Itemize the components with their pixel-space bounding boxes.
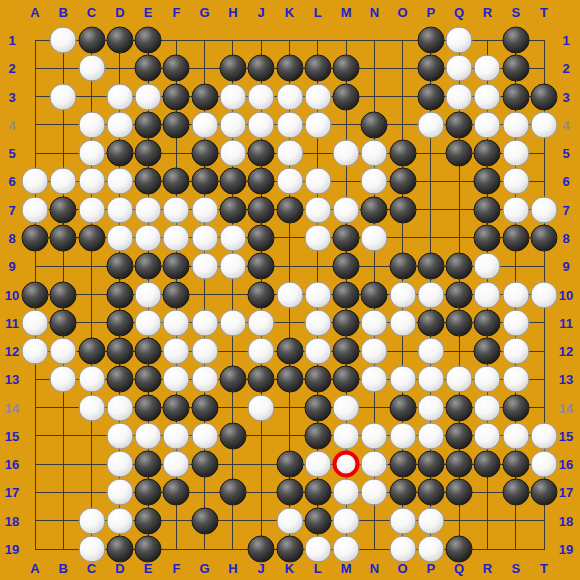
white-stone-Q3[interactable] xyxy=(446,83,473,110)
black-stone-C1[interactable] xyxy=(78,27,105,54)
black-stone-J6[interactable] xyxy=(248,168,275,195)
white-stone-J11[interactable] xyxy=(248,309,275,336)
white-stone-F12[interactable] xyxy=(163,338,190,365)
white-stone-R4[interactable] xyxy=(474,111,501,138)
white-stone-O13[interactable] xyxy=(389,366,416,393)
white-stone-F8[interactable] xyxy=(163,224,190,251)
coord-label-top-D: D xyxy=(115,5,124,20)
black-stone-Q10[interactable] xyxy=(446,281,473,308)
white-stone-L12[interactable] xyxy=(304,338,331,365)
white-stone-B6[interactable] xyxy=(50,168,77,195)
black-stone-F14[interactable] xyxy=(163,394,190,421)
white-stone-J4[interactable] xyxy=(248,111,275,138)
white-stone-C14[interactable] xyxy=(78,394,105,421)
coord-label-top-N: N xyxy=(370,5,379,20)
black-stone-K12[interactable] xyxy=(276,338,303,365)
coord-label-right-12: 12 xyxy=(559,344,573,359)
white-stone-P14[interactable] xyxy=(417,394,444,421)
white-stone-D6[interactable] xyxy=(106,168,133,195)
white-stone-D3[interactable] xyxy=(106,83,133,110)
black-stone-F4[interactable] xyxy=(163,111,190,138)
black-stone-Q11[interactable] xyxy=(446,309,473,336)
white-stone-O15[interactable] xyxy=(389,422,416,449)
white-stone-C18[interactable] xyxy=(78,507,105,534)
white-stone-M5[interactable] xyxy=(333,140,360,167)
white-stone-D18[interactable] xyxy=(106,507,133,534)
white-stone-C13[interactable] xyxy=(78,366,105,393)
white-stone-L10[interactable] xyxy=(304,281,331,308)
coord-label-bottom-K: K xyxy=(285,561,294,576)
white-stone-N15[interactable] xyxy=(361,422,388,449)
coord-label-bottom-N: N xyxy=(370,561,379,576)
white-stone-S15[interactable] xyxy=(502,422,529,449)
white-stone-T4[interactable] xyxy=(531,111,558,138)
coord-label-left-18: 18 xyxy=(5,513,19,528)
black-stone-L13[interactable] xyxy=(304,366,331,393)
white-stone-S12[interactable] xyxy=(502,338,529,365)
white-stone-M18[interactable] xyxy=(333,507,360,534)
white-stone-K4[interactable] xyxy=(276,111,303,138)
white-stone-C2[interactable] xyxy=(78,55,105,82)
black-stone-Q16[interactable] xyxy=(446,451,473,478)
white-stone-T7[interactable] xyxy=(531,196,558,223)
white-stone-M7[interactable] xyxy=(333,196,360,223)
white-stone-B12[interactable] xyxy=(50,338,77,365)
white-stone-S6[interactable] xyxy=(502,168,529,195)
black-stone-G6[interactable] xyxy=(191,168,218,195)
white-stone-C19[interactable] xyxy=(78,536,105,563)
white-stone-B3[interactable] xyxy=(50,83,77,110)
coord-label-top-M: M xyxy=(341,5,352,20)
black-stone-S16[interactable] xyxy=(502,451,529,478)
white-stone-F15[interactable] xyxy=(163,422,190,449)
white-stone-H11[interactable] xyxy=(219,309,246,336)
black-stone-Q14[interactable] xyxy=(446,394,473,421)
white-stone-O18[interactable] xyxy=(389,507,416,534)
black-stone-N7[interactable] xyxy=(361,196,388,223)
black-stone-E18[interactable] xyxy=(135,507,162,534)
black-stone-G3[interactable] xyxy=(191,83,218,110)
black-stone-D1[interactable] xyxy=(106,27,133,54)
white-stone-E10[interactable] xyxy=(135,281,162,308)
black-stone-R11[interactable] xyxy=(474,309,501,336)
coord-label-bottom-S: S xyxy=(511,561,520,576)
white-stone-E11[interactable] xyxy=(135,309,162,336)
white-stone-L8[interactable] xyxy=(304,224,331,251)
white-stone-A12[interactable] xyxy=(22,338,49,365)
white-stone-O10[interactable] xyxy=(389,281,416,308)
black-stone-L18[interactable] xyxy=(304,507,331,534)
white-stone-P4[interactable] xyxy=(417,111,444,138)
black-stone-S1[interactable] xyxy=(502,27,529,54)
white-stone-G11[interactable] xyxy=(191,309,218,336)
white-stone-A11[interactable] xyxy=(22,309,49,336)
white-stone-H5[interactable] xyxy=(219,140,246,167)
white-stone-S11[interactable] xyxy=(502,309,529,336)
white-stone-K6[interactable] xyxy=(276,168,303,195)
black-stone-J10[interactable] xyxy=(248,281,275,308)
white-stone-Q13[interactable] xyxy=(446,366,473,393)
white-stone-M15[interactable] xyxy=(333,422,360,449)
white-stone-K10[interactable] xyxy=(276,281,303,308)
white-stone-E15[interactable] xyxy=(135,422,162,449)
white-stone-N11[interactable] xyxy=(361,309,388,336)
black-stone-Q4[interactable] xyxy=(446,111,473,138)
coord-label-bottom-E: E xyxy=(144,561,153,576)
black-stone-Q9[interactable] xyxy=(446,253,473,280)
black-stone-H15[interactable] xyxy=(219,422,246,449)
coord-label-left-2: 2 xyxy=(8,61,15,76)
black-stone-R12[interactable] xyxy=(474,338,501,365)
coord-label-right-4: 4 xyxy=(562,117,569,132)
black-stone-E6[interactable] xyxy=(135,168,162,195)
white-stone-E8[interactable] xyxy=(135,224,162,251)
black-stone-J9[interactable] xyxy=(248,253,275,280)
white-stone-L19[interactable] xyxy=(304,536,331,563)
white-stone-G15[interactable] xyxy=(191,422,218,449)
white-stone-P13[interactable] xyxy=(417,366,444,393)
white-stone-D4[interactable] xyxy=(106,111,133,138)
black-stone-P3[interactable] xyxy=(417,83,444,110)
white-stone-C7[interactable] xyxy=(78,196,105,223)
white-stone-B13[interactable] xyxy=(50,366,77,393)
black-stone-P1[interactable] xyxy=(417,27,444,54)
go-board[interactable]: AABBCCDDEEFFGGHHJJKKLLMMNNOOPPQQRRSSTT11… xyxy=(0,0,580,580)
coord-label-right-16: 16 xyxy=(559,457,573,472)
black-stone-D12[interactable] xyxy=(106,338,133,365)
black-stone-E19[interactable] xyxy=(135,536,162,563)
black-stone-K7[interactable] xyxy=(276,196,303,223)
coord-label-right-3: 3 xyxy=(562,89,569,104)
coord-label-bottom-G: G xyxy=(200,561,210,576)
white-stone-H9[interactable] xyxy=(219,253,246,280)
white-stone-F11[interactable] xyxy=(163,309,190,336)
coord-label-right-14: 14 xyxy=(559,400,573,415)
white-stone-F13[interactable] xyxy=(163,366,190,393)
black-stone-D10[interactable] xyxy=(106,281,133,308)
black-stone-G16[interactable] xyxy=(191,451,218,478)
white-stone-Q1[interactable] xyxy=(446,27,473,54)
black-stone-A10[interactable] xyxy=(22,281,49,308)
white-stone-C4[interactable] xyxy=(78,111,105,138)
black-stone-E1[interactable] xyxy=(135,27,162,54)
coord-label-bottom-D: D xyxy=(115,561,124,576)
coord-label-right-19: 19 xyxy=(559,542,573,557)
black-stone-F17[interactable] xyxy=(163,479,190,506)
black-stone-R16[interactable] xyxy=(474,451,501,478)
black-stone-J8[interactable] xyxy=(248,224,275,251)
white-stone-M19[interactable] xyxy=(333,536,360,563)
black-stone-L14[interactable] xyxy=(304,394,331,421)
black-stone-H6[interactable] xyxy=(219,168,246,195)
black-stone-D19[interactable] xyxy=(106,536,133,563)
black-stone-M3[interactable] xyxy=(333,83,360,110)
black-stone-E14[interactable] xyxy=(135,394,162,421)
white-stone-A7[interactable] xyxy=(22,196,49,223)
black-stone-O5[interactable] xyxy=(389,140,416,167)
black-stone-G18[interactable] xyxy=(191,507,218,534)
white-stone-R3[interactable] xyxy=(474,83,501,110)
black-stone-M9[interactable] xyxy=(333,253,360,280)
white-stone-P19[interactable] xyxy=(417,536,444,563)
black-stone-M12[interactable] xyxy=(333,338,360,365)
black-stone-L2[interactable] xyxy=(304,55,331,82)
black-stone-O16[interactable] xyxy=(389,451,416,478)
white-stone-R9[interactable] xyxy=(474,253,501,280)
black-stone-E13[interactable] xyxy=(135,366,162,393)
black-stone-H7[interactable] xyxy=(219,196,246,223)
black-stone-E2[interactable] xyxy=(135,55,162,82)
coord-label-right-8: 8 xyxy=(562,230,569,245)
black-stone-S2[interactable] xyxy=(502,55,529,82)
black-stone-R8[interactable] xyxy=(474,224,501,251)
black-stone-O6[interactable] xyxy=(389,168,416,195)
white-stone-S7[interactable] xyxy=(502,196,529,223)
black-stone-Q15[interactable] xyxy=(446,422,473,449)
coord-label-top-F: F xyxy=(172,5,180,20)
coord-label-top-A: A xyxy=(30,5,39,20)
white-stone-S4[interactable] xyxy=(502,111,529,138)
black-stone-S17[interactable] xyxy=(502,479,529,506)
black-stone-C8[interactable] xyxy=(78,224,105,251)
white-stone-T10[interactable] xyxy=(531,281,558,308)
white-stone-L7[interactable] xyxy=(304,196,331,223)
black-stone-M13[interactable] xyxy=(333,366,360,393)
coord-label-left-8: 8 xyxy=(8,230,15,245)
white-stone-S13[interactable] xyxy=(502,366,529,393)
white-stone-K5[interactable] xyxy=(276,140,303,167)
black-stone-B7[interactable] xyxy=(50,196,77,223)
coord-label-right-9: 9 xyxy=(562,259,569,274)
white-stone-M16[interactable] xyxy=(333,451,360,478)
white-stone-R15[interactable] xyxy=(474,422,501,449)
black-stone-P2[interactable] xyxy=(417,55,444,82)
white-stone-C6[interactable] xyxy=(78,168,105,195)
white-stone-N8[interactable] xyxy=(361,224,388,251)
black-stone-Q5[interactable] xyxy=(446,140,473,167)
white-stone-H8[interactable] xyxy=(219,224,246,251)
white-stone-L6[interactable] xyxy=(304,168,331,195)
white-stone-K3[interactable] xyxy=(276,83,303,110)
white-stone-L16[interactable] xyxy=(304,451,331,478)
white-stone-M14[interactable] xyxy=(333,394,360,421)
black-stone-J13[interactable] xyxy=(248,366,275,393)
white-stone-P10[interactable] xyxy=(417,281,444,308)
white-stone-J12[interactable] xyxy=(248,338,275,365)
white-stone-N5[interactable] xyxy=(361,140,388,167)
black-stone-J7[interactable] xyxy=(248,196,275,223)
white-stone-S10[interactable] xyxy=(502,281,529,308)
coord-label-bottom-A: A xyxy=(30,561,39,576)
black-stone-S8[interactable] xyxy=(502,224,529,251)
white-stone-D16[interactable] xyxy=(106,451,133,478)
coord-label-bottom-F: F xyxy=(172,561,180,576)
white-stone-E7[interactable] xyxy=(135,196,162,223)
coord-label-bottom-J: J xyxy=(258,561,265,576)
black-stone-D13[interactable] xyxy=(106,366,133,393)
white-stone-O19[interactable] xyxy=(389,536,416,563)
black-stone-E17[interactable] xyxy=(135,479,162,506)
coord-label-left-3: 3 xyxy=(8,89,15,104)
coord-label-top-E: E xyxy=(144,5,153,20)
black-stone-K17[interactable] xyxy=(276,479,303,506)
black-stone-O17[interactable] xyxy=(389,479,416,506)
black-stone-K2[interactable] xyxy=(276,55,303,82)
coord-label-left-19: 19 xyxy=(5,542,19,557)
black-stone-B11[interactable] xyxy=(50,309,77,336)
coord-label-right-18: 18 xyxy=(559,513,573,528)
black-stone-C12[interactable] xyxy=(78,338,105,365)
coord-label-left-6: 6 xyxy=(8,174,15,189)
white-stone-F16[interactable] xyxy=(163,451,190,478)
white-stone-L4[interactable] xyxy=(304,111,331,138)
black-stone-O7[interactable] xyxy=(389,196,416,223)
white-stone-M17[interactable] xyxy=(333,479,360,506)
black-stone-A8[interactable] xyxy=(22,224,49,251)
white-stone-D17[interactable] xyxy=(106,479,133,506)
black-stone-T8[interactable] xyxy=(531,224,558,251)
white-stone-E3[interactable] xyxy=(135,83,162,110)
coord-label-top-R: R xyxy=(483,5,492,20)
white-stone-G13[interactable] xyxy=(191,366,218,393)
black-stone-B8[interactable] xyxy=(50,224,77,251)
white-stone-G7[interactable] xyxy=(191,196,218,223)
white-stone-K18[interactable] xyxy=(276,507,303,534)
white-stone-A6[interactable] xyxy=(22,168,49,195)
white-stone-G12[interactable] xyxy=(191,338,218,365)
black-stone-F10[interactable] xyxy=(163,281,190,308)
black-stone-K13[interactable] xyxy=(276,366,303,393)
black-stone-M10[interactable] xyxy=(333,281,360,308)
black-stone-E4[interactable] xyxy=(135,111,162,138)
black-stone-H13[interactable] xyxy=(219,366,246,393)
black-stone-J19[interactable] xyxy=(248,536,275,563)
white-stone-D15[interactable] xyxy=(106,422,133,449)
white-stone-N16[interactable] xyxy=(361,451,388,478)
black-stone-Q19[interactable] xyxy=(446,536,473,563)
black-stone-G14[interactable] xyxy=(191,394,218,421)
coord-label-left-16: 16 xyxy=(5,457,19,472)
white-stone-P15[interactable] xyxy=(417,422,444,449)
white-stone-J14[interactable] xyxy=(248,394,275,421)
coord-label-right-6: 6 xyxy=(562,174,569,189)
white-stone-T15[interactable] xyxy=(531,422,558,449)
black-stone-K19[interactable] xyxy=(276,536,303,563)
black-stone-T17[interactable] xyxy=(531,479,558,506)
white-stone-O11[interactable] xyxy=(389,309,416,336)
coord-label-top-C: C xyxy=(87,5,96,20)
white-stone-T16[interactable] xyxy=(531,451,558,478)
coord-label-left-13: 13 xyxy=(5,372,19,387)
black-stone-P11[interactable] xyxy=(417,309,444,336)
white-stone-N13[interactable] xyxy=(361,366,388,393)
coord-label-bottom-H: H xyxy=(228,561,237,576)
black-stone-L17[interactable] xyxy=(304,479,331,506)
white-stone-C5[interactable] xyxy=(78,140,105,167)
white-stone-L3[interactable] xyxy=(304,83,331,110)
black-stone-J5[interactable] xyxy=(248,140,275,167)
white-stone-J3[interactable] xyxy=(248,83,275,110)
black-stone-F2[interactable] xyxy=(163,55,190,82)
black-stone-R6[interactable] xyxy=(474,168,501,195)
black-stone-F6[interactable] xyxy=(163,168,190,195)
black-stone-H17[interactable] xyxy=(219,479,246,506)
black-stone-T3[interactable] xyxy=(531,83,558,110)
black-stone-O14[interactable] xyxy=(389,394,416,421)
white-stone-G9[interactable] xyxy=(191,253,218,280)
white-stone-H4[interactable] xyxy=(219,111,246,138)
black-stone-Q17[interactable] xyxy=(446,479,473,506)
black-stone-S14[interactable] xyxy=(502,394,529,421)
white-stone-H3[interactable] xyxy=(219,83,246,110)
black-stone-O9[interactable] xyxy=(389,253,416,280)
coord-label-bottom-R: R xyxy=(483,561,492,576)
white-stone-R10[interactable] xyxy=(474,281,501,308)
white-stone-B1[interactable] xyxy=(50,27,77,54)
black-stone-E16[interactable] xyxy=(135,451,162,478)
black-stone-P16[interactable] xyxy=(417,451,444,478)
black-stone-E12[interactable] xyxy=(135,338,162,365)
white-stone-D7[interactable] xyxy=(106,196,133,223)
white-stone-G4[interactable] xyxy=(191,111,218,138)
black-stone-D11[interactable] xyxy=(106,309,133,336)
black-stone-L15[interactable] xyxy=(304,422,331,449)
black-stone-M11[interactable] xyxy=(333,309,360,336)
black-stone-F3[interactable] xyxy=(163,83,190,110)
white-stone-F7[interactable] xyxy=(163,196,190,223)
black-stone-R7[interactable] xyxy=(474,196,501,223)
coord-label-right-10: 10 xyxy=(559,287,573,302)
black-stone-E9[interactable] xyxy=(135,253,162,280)
black-stone-P17[interactable] xyxy=(417,479,444,506)
black-stone-D5[interactable] xyxy=(106,140,133,167)
black-stone-E5[interactable] xyxy=(135,140,162,167)
black-stone-K16[interactable] xyxy=(276,451,303,478)
black-stone-J2[interactable] xyxy=(248,55,275,82)
black-stone-D9[interactable] xyxy=(106,253,133,280)
white-stone-D14[interactable] xyxy=(106,394,133,421)
white-stone-N17[interactable] xyxy=(361,479,388,506)
white-stone-R2[interactable] xyxy=(474,55,501,82)
black-stone-N4[interactable] xyxy=(361,111,388,138)
black-stone-M2[interactable] xyxy=(333,55,360,82)
black-stone-F9[interactable] xyxy=(163,253,190,280)
white-stone-Q2[interactable] xyxy=(446,55,473,82)
white-stone-D8[interactable] xyxy=(106,224,133,251)
coord-label-left-7: 7 xyxy=(8,202,15,217)
white-stone-P12[interactable] xyxy=(417,338,444,365)
coord-label-bottom-M: M xyxy=(341,561,352,576)
white-stone-L11[interactable] xyxy=(304,309,331,336)
white-stone-R14[interactable] xyxy=(474,394,501,421)
white-stone-P18[interactable] xyxy=(417,507,444,534)
white-stone-G8[interactable] xyxy=(191,224,218,251)
black-stone-H2[interactable] xyxy=(219,55,246,82)
black-stone-N10[interactable] xyxy=(361,281,388,308)
coord-label-top-H: H xyxy=(228,5,237,20)
black-stone-P9[interactable] xyxy=(417,253,444,280)
black-stone-S3[interactable] xyxy=(502,83,529,110)
black-stone-M8[interactable] xyxy=(333,224,360,251)
white-stone-N12[interactable] xyxy=(361,338,388,365)
black-stone-G5[interactable] xyxy=(191,140,218,167)
white-stone-N6[interactable] xyxy=(361,168,388,195)
black-stone-B10[interactable] xyxy=(50,281,77,308)
coord-label-right-17: 17 xyxy=(559,485,573,500)
white-stone-S5[interactable] xyxy=(502,140,529,167)
white-stone-R13[interactable] xyxy=(474,366,501,393)
black-stone-R5[interactable] xyxy=(474,140,501,167)
